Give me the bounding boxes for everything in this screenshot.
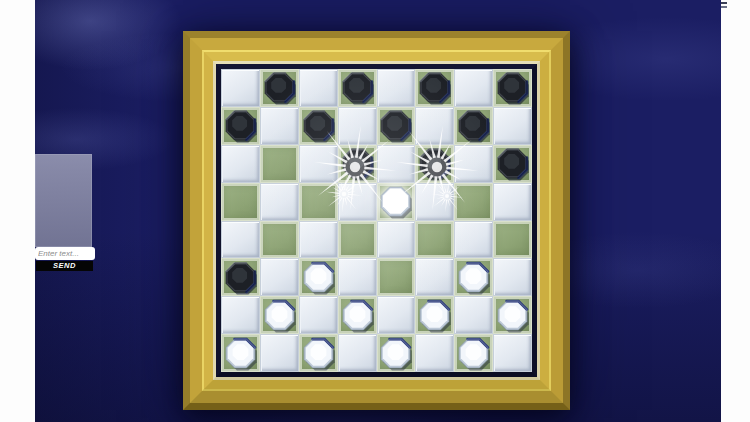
- right-letterbox: [721, 0, 750, 422]
- square-r5c6[interactable]: [415, 221, 454, 259]
- square-r3c2[interactable]: [260, 145, 299, 183]
- square-r7c6[interactable]: [415, 296, 454, 334]
- square-r2c3[interactable]: [299, 107, 338, 145]
- square-r2c8: [493, 107, 532, 145]
- square-r8c4: [338, 334, 377, 372]
- square-r4c1[interactable]: [221, 183, 260, 221]
- play-surface: [221, 69, 532, 372]
- square-r6c8: [493, 258, 532, 296]
- checker-black[interactable]: [416, 70, 453, 106]
- square-r7c5: [377, 296, 416, 334]
- checkers-board: [183, 31, 570, 410]
- square-r8c1[interactable]: [221, 334, 260, 372]
- chat-panel: [35, 154, 92, 247]
- checker-black[interactable]: [222, 259, 259, 295]
- checker-white[interactable]: [378, 184, 415, 220]
- square-r4c7[interactable]: [454, 183, 493, 221]
- left-letterbox: [0, 0, 35, 422]
- square-r3c8[interactable]: [493, 145, 532, 183]
- square-r1c2[interactable]: [260, 69, 299, 107]
- square-r1c5: [377, 69, 416, 107]
- square-r1c3: [299, 69, 338, 107]
- square-r1c7: [454, 69, 493, 107]
- square-r8c6: [415, 334, 454, 372]
- square-r6c6: [415, 258, 454, 296]
- screen-artifact: [721, 2, 727, 4]
- checker-white[interactable]: [455, 259, 492, 295]
- square-r6c5[interactable]: [377, 258, 416, 296]
- checker-white[interactable]: [300, 335, 337, 371]
- square-r5c5: [377, 221, 416, 259]
- game-viewport: SEND: [35, 0, 721, 422]
- checker-white[interactable]: [261, 297, 298, 333]
- chat-input[interactable]: [35, 247, 95, 260]
- square-r8c7[interactable]: [454, 334, 493, 372]
- square-r5c3: [299, 221, 338, 259]
- checker-black[interactable]: [222, 108, 259, 144]
- checker-black[interactable]: [339, 70, 376, 106]
- square-r8c2: [260, 334, 299, 372]
- square-r7c8[interactable]: [493, 296, 532, 334]
- square-r3c1: [221, 145, 260, 183]
- screen-artifact: [721, 6, 727, 8]
- square-r5c2[interactable]: [260, 221, 299, 259]
- square-r4c2: [260, 183, 299, 221]
- checker-white[interactable]: [222, 335, 259, 371]
- checker-white[interactable]: [339, 297, 376, 333]
- send-button[interactable]: SEND: [36, 261, 93, 271]
- square-r2c4: [338, 107, 377, 145]
- square-r2c2: [260, 107, 299, 145]
- checker-black[interactable]: [494, 146, 531, 182]
- square-r8c3[interactable]: [299, 334, 338, 372]
- square-r5c4[interactable]: [338, 221, 377, 259]
- checker-white[interactable]: [416, 297, 453, 333]
- checker-black[interactable]: [339, 146, 376, 182]
- square-r1c1: [221, 69, 260, 107]
- checker-black[interactable]: [494, 70, 531, 106]
- square-r6c2: [260, 258, 299, 296]
- square-r7c7: [454, 296, 493, 334]
- square-r6c4: [338, 258, 377, 296]
- square-r6c1[interactable]: [221, 258, 260, 296]
- checker-black[interactable]: [300, 108, 337, 144]
- square-r2c7[interactable]: [454, 107, 493, 145]
- square-r4c3[interactable]: [299, 183, 338, 221]
- square-r2c5[interactable]: [377, 107, 416, 145]
- square-r1c6[interactable]: [415, 69, 454, 107]
- square-r6c3[interactable]: [299, 258, 338, 296]
- square-r7c1: [221, 296, 260, 334]
- square-r3c4[interactable]: [338, 145, 377, 183]
- checker-black[interactable]: [416, 146, 453, 182]
- square-r2c6: [415, 107, 454, 145]
- checker-black[interactable]: [378, 108, 415, 144]
- square-r4c4: [338, 183, 377, 221]
- square-r6c7[interactable]: [454, 258, 493, 296]
- checker-white[interactable]: [455, 335, 492, 371]
- square-r4c5[interactable]: [377, 183, 416, 221]
- square-r8c8: [493, 334, 532, 372]
- square-r5c1: [221, 221, 260, 259]
- square-r7c4[interactable]: [338, 296, 377, 334]
- checker-white[interactable]: [378, 335, 415, 371]
- square-r5c8[interactable]: [493, 221, 532, 259]
- square-r4c8: [493, 183, 532, 221]
- board-frame: [183, 31, 570, 410]
- square-r1c4[interactable]: [338, 69, 377, 107]
- square-r4c6: [415, 183, 454, 221]
- square-r8c5[interactable]: [377, 334, 416, 372]
- checker-white[interactable]: [494, 297, 531, 333]
- square-r3c5: [377, 145, 416, 183]
- checker-black[interactable]: [261, 70, 298, 106]
- square-r1c8[interactable]: [493, 69, 532, 107]
- square-grid: [221, 69, 532, 372]
- square-r7c2[interactable]: [260, 296, 299, 334]
- checker-black[interactable]: [455, 108, 492, 144]
- square-r3c6[interactable]: [415, 145, 454, 183]
- square-r5c7: [454, 221, 493, 259]
- square-r7c3: [299, 296, 338, 334]
- checker-white[interactable]: [300, 259, 337, 295]
- square-r3c7: [454, 145, 493, 183]
- square-r2c1[interactable]: [221, 107, 260, 145]
- square-r3c3: [299, 145, 338, 183]
